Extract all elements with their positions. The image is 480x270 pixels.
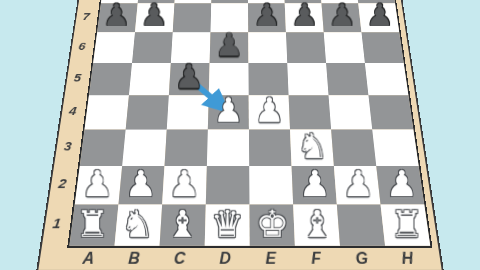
square-a1[interactable]: ♜	[69, 205, 118, 246]
rank-label-5: 5	[66, 71, 88, 84]
square-h6[interactable]	[361, 32, 403, 63]
square-g4[interactable]	[329, 95, 373, 129]
white-queen-piece: ♛	[205, 204, 250, 245]
square-b6[interactable]	[132, 32, 173, 63]
file-label-b: B	[110, 250, 157, 268]
white-pawn-piece: ♟	[208, 92, 249, 129]
white-king-piece: ♚	[250, 204, 295, 245]
black-pawn-piece: ♟	[135, 0, 173, 32]
white-pawn-piece: ♟	[162, 164, 205, 204]
square-a3[interactable]	[80, 130, 126, 166]
square-e5[interactable]	[248, 63, 288, 95]
rank-label-6: 6	[71, 40, 93, 52]
square-h7[interactable]: ♟	[358, 3, 399, 32]
board-grid: ♜♞♝♛♚♝♞♜♟♟♟♟♟♟♟♟♟♟♞♟♟♟♟♟♟♜♞♝♛♚♝♜	[69, 0, 430, 246]
rank-label-3: 3	[56, 139, 80, 153]
white-pawn-piece: ♟	[249, 92, 290, 129]
square-f2[interactable]: ♟	[292, 166, 337, 205]
black-pawn-piece: ♟	[98, 0, 136, 32]
square-c1[interactable]: ♝	[160, 205, 206, 246]
white-bishop-piece: ♝	[295, 204, 340, 245]
black-pawn-piece: ♟	[286, 0, 324, 32]
square-e3[interactable]	[249, 130, 292, 166]
square-g1[interactable]	[337, 205, 385, 246]
square-d4[interactable]: ♟	[208, 95, 249, 129]
white-pawn-piece: ♟	[75, 164, 118, 204]
square-c5[interactable]: ♟	[169, 63, 210, 95]
white-knight-piece: ♞	[291, 127, 333, 166]
file-label-h: H	[384, 250, 432, 268]
black-pawn-piece: ♟	[361, 0, 399, 32]
square-f6[interactable]	[286, 32, 326, 63]
square-a2[interactable]: ♟	[75, 166, 122, 205]
square-g7[interactable]: ♟	[321, 3, 361, 32]
square-d1[interactable]: ♛	[205, 205, 250, 246]
rank-label-7: 7	[76, 11, 97, 22]
square-a7[interactable]: ♟	[97, 3, 138, 32]
square-b7[interactable]: ♟	[135, 3, 175, 32]
chess-board: ♜♞♝♛♚♝♞♜♟♟♟♟♟♟♟♟♟♟♞♟♟♟♟♟♟♜♞♝♛♚♝♜	[67, 0, 432, 248]
square-c4[interactable]	[167, 95, 209, 129]
square-f3[interactable]: ♞	[290, 130, 334, 166]
square-g6[interactable]	[324, 32, 365, 63]
square-a6[interactable]	[93, 32, 135, 63]
square-c3[interactable]	[165, 130, 208, 166]
square-d6[interactable]: ♟	[210, 32, 249, 63]
square-e2[interactable]	[249, 166, 293, 205]
square-b4[interactable]	[126, 95, 169, 129]
file-label-a: A	[65, 250, 113, 268]
white-pawn-piece: ♟	[380, 164, 423, 204]
square-b2[interactable]: ♟	[118, 166, 164, 205]
square-f7[interactable]: ♟	[285, 3, 324, 32]
white-bishop-piece: ♝	[160, 204, 205, 245]
square-c2[interactable]: ♟	[162, 166, 207, 205]
square-d5[interactable]	[209, 63, 249, 95]
square-f1[interactable]: ♝	[293, 205, 340, 246]
file-label-d: D	[202, 250, 248, 268]
square-h3[interactable]	[372, 130, 418, 166]
square-e4[interactable]: ♟	[249, 95, 290, 129]
white-rook-piece: ♜	[70, 204, 115, 245]
square-h2[interactable]: ♟	[376, 166, 424, 205]
black-pawn-piece: ♟	[323, 0, 361, 32]
square-g2[interactable]: ♟	[334, 166, 381, 205]
white-pawn-piece: ♟	[336, 164, 379, 204]
square-g3[interactable]	[331, 130, 376, 166]
square-e1[interactable]: ♚	[249, 205, 294, 246]
white-knight-piece: ♞	[115, 204, 160, 245]
illustration-background: { "game": "chess", "scene": "wikiHow-sty…	[0, 0, 480, 270]
file-label-g: G	[338, 250, 385, 268]
white-pawn-piece: ♟	[293, 164, 336, 204]
board-frame: 87654321 ♜♞♝♛♚♝♞♜♟♟♟♟♟♟♟♟♟♟♞♟♟♟♟♟♟♜♞♝♛♚♝…	[36, 0, 444, 270]
square-f5[interactable]	[287, 63, 328, 95]
square-b1[interactable]: ♞	[115, 205, 163, 246]
black-pawn-piece: ♟	[248, 0, 286, 32]
square-h1[interactable]: ♜	[381, 205, 431, 246]
rank-label-4: 4	[61, 104, 84, 118]
square-c7[interactable]	[173, 3, 212, 32]
square-b5[interactable]	[129, 63, 171, 95]
square-e6[interactable]	[248, 32, 287, 63]
square-d7[interactable]	[210, 3, 248, 32]
file-label-f: F	[293, 250, 340, 268]
square-c6[interactable]	[171, 32, 211, 63]
square-d2[interactable]	[206, 166, 250, 205]
rank-label-1: 1	[44, 215, 69, 231]
square-a5[interactable]	[89, 63, 132, 95]
square-a4[interactable]	[85, 95, 129, 129]
white-rook-piece: ♜	[384, 204, 429, 245]
file-label-e: E	[248, 250, 294, 268]
square-h4[interactable]	[368, 95, 413, 129]
square-h5[interactable]	[365, 63, 409, 95]
square-f4[interactable]	[289, 95, 332, 129]
square-e7[interactable]: ♟	[248, 3, 286, 32]
square-d3[interactable]	[207, 130, 249, 166]
black-pawn-piece: ♟	[169, 59, 209, 95]
square-g5[interactable]	[326, 63, 368, 95]
white-pawn-piece: ♟	[119, 164, 162, 204]
file-label-c: C	[156, 250, 202, 268]
chess-scene: 87654321 ♜♞♝♛♚♝♞♜♟♟♟♟♟♟♟♟♟♟♞♟♟♟♟♟♟♜♞♝♛♚♝…	[36, 0, 444, 270]
square-b3[interactable]	[122, 130, 167, 166]
rank-label-2: 2	[50, 176, 75, 191]
black-pawn-piece: ♟	[210, 27, 249, 62]
